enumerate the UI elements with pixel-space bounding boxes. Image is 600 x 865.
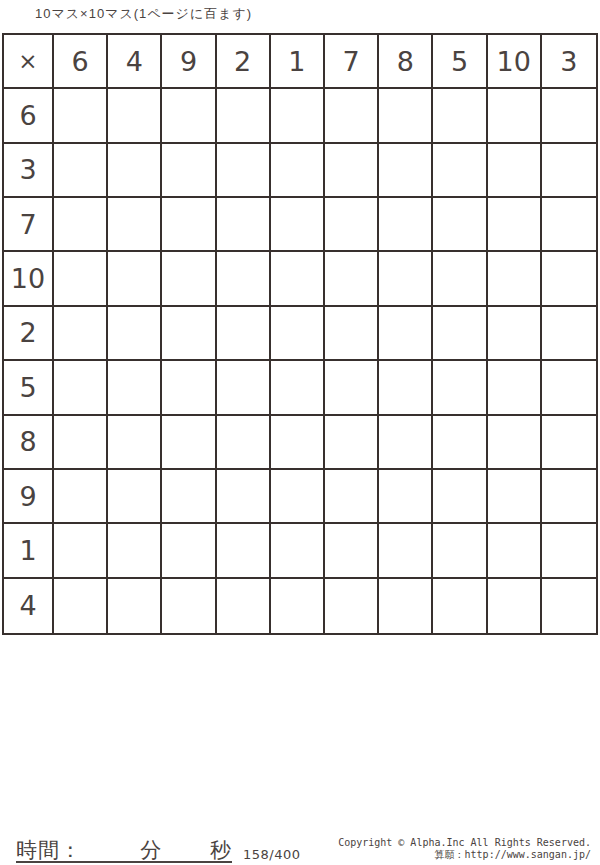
row-header-2: 2 [4, 307, 54, 361]
answer-cell-r3c2[interactable] [108, 198, 162, 252]
answer-cell-r10c8[interactable] [433, 579, 487, 633]
answer-cell-r10c2[interactable] [108, 579, 162, 633]
answer-cell-r7c2[interactable] [108, 416, 162, 470]
col-header-7: 7 [325, 35, 379, 89]
answer-cell-r9c5[interactable] [271, 524, 325, 578]
answer-cell-r5c1[interactable] [54, 307, 108, 361]
answer-cell-r7c9[interactable] [488, 416, 542, 470]
col-header-5: 5 [433, 35, 487, 89]
answer-cell-r2c1[interactable] [54, 144, 108, 198]
answer-cell-r5c9[interactable] [488, 307, 542, 361]
answer-cell-r8c10[interactable] [542, 470, 596, 524]
answer-cell-r2c4[interactable] [217, 144, 271, 198]
answer-cell-r8c7[interactable] [379, 470, 433, 524]
col-header-2: 2 [217, 35, 271, 89]
answer-cell-r7c7[interactable] [379, 416, 433, 470]
row-header-8: 8 [4, 416, 54, 470]
answer-cell-r1c5[interactable] [271, 89, 325, 143]
answer-cell-r3c9[interactable] [488, 198, 542, 252]
answer-cell-r6c9[interactable] [488, 361, 542, 415]
row-header-6: 6 [4, 89, 54, 143]
answer-cell-r9c2[interactable] [108, 524, 162, 578]
page-counter: 158/400 [243, 847, 301, 862]
answer-cell-r10c3[interactable] [162, 579, 216, 633]
answer-cell-r1c1[interactable] [54, 89, 108, 143]
answer-cell-r10c5[interactable] [271, 579, 325, 633]
answer-cell-r2c6[interactable] [325, 144, 379, 198]
answer-cell-r4c10[interactable] [542, 252, 596, 306]
answer-cell-r7c4[interactable] [217, 416, 271, 470]
answer-cell-r3c10[interactable] [542, 198, 596, 252]
answer-cell-r2c10[interactable] [542, 144, 596, 198]
answer-cell-r1c7[interactable] [379, 89, 433, 143]
answer-cell-r6c3[interactable] [162, 361, 216, 415]
answer-cell-r5c4[interactable] [217, 307, 271, 361]
answer-cell-r4c5[interactable] [271, 252, 325, 306]
row-header-9: 9 [4, 470, 54, 524]
answer-cell-r3c8[interactable] [433, 198, 487, 252]
answer-cell-r6c2[interactable] [108, 361, 162, 415]
answer-cell-r8c6[interactable] [325, 470, 379, 524]
answer-cell-r1c4[interactable] [217, 89, 271, 143]
answer-cell-r7c5[interactable] [271, 416, 325, 470]
answer-cell-r4c3[interactable] [162, 252, 216, 306]
answer-cell-r1c2[interactable] [108, 89, 162, 143]
answer-cell-r8c2[interactable] [108, 470, 162, 524]
answer-cell-r5c7[interactable] [379, 307, 433, 361]
answer-cell-r6c4[interactable] [217, 361, 271, 415]
answer-cell-r1c10[interactable] [542, 89, 596, 143]
answer-cell-r2c5[interactable] [271, 144, 325, 198]
answer-cell-r1c6[interactable] [325, 89, 379, 143]
col-header-6: 6 [54, 35, 108, 89]
answer-cell-r10c9[interactable] [488, 579, 542, 633]
answer-cell-r5c6[interactable] [325, 307, 379, 361]
row-header-7: 7 [4, 198, 54, 252]
minutes-label: 分 [140, 838, 162, 861]
answer-cell-r6c5[interactable] [271, 361, 325, 415]
col-header-8: 8 [379, 35, 433, 89]
answer-cell-r1c3[interactable] [162, 89, 216, 143]
answer-cell-r2c9[interactable] [488, 144, 542, 198]
answer-cell-r3c3[interactable] [162, 198, 216, 252]
answer-cell-r3c4[interactable] [217, 198, 271, 252]
answer-cell-r9c8[interactable] [433, 524, 487, 578]
answer-cell-r4c1[interactable] [54, 252, 108, 306]
answer-cell-r5c3[interactable] [162, 307, 216, 361]
answer-cell-r4c6[interactable] [325, 252, 379, 306]
answer-cell-r7c10[interactable] [542, 416, 596, 470]
time-entry-line: 時間： 分 秒 [16, 838, 232, 863]
answer-cell-r8c1[interactable] [54, 470, 108, 524]
answer-cell-r5c8[interactable] [433, 307, 487, 361]
answer-cell-r5c2[interactable] [108, 307, 162, 361]
row-header-5: 5 [4, 361, 54, 415]
answer-cell-r10c4[interactable] [217, 579, 271, 633]
answer-cell-r4c2[interactable] [108, 252, 162, 306]
copyright-line1: Copyright © Alpha.Inc All Rights Reserve… [338, 837, 591, 849]
answer-cell-r9c1[interactable] [54, 524, 108, 578]
answer-cell-r8c3[interactable] [162, 470, 216, 524]
answer-cell-r10c10[interactable] [542, 579, 596, 633]
answer-cell-r4c9[interactable] [488, 252, 542, 306]
worksheet-title: 10マス×10マス(1ページに百ます) [35, 5, 252, 23]
answer-cell-r3c1[interactable] [54, 198, 108, 252]
col-header-1: 1 [271, 35, 325, 89]
answer-cell-r7c3[interactable] [162, 416, 216, 470]
answer-cell-r7c8[interactable] [433, 416, 487, 470]
answer-cell-r8c8[interactable] [433, 470, 487, 524]
answer-cell-r5c10[interactable] [542, 307, 596, 361]
col-header-10: 10 [488, 35, 542, 89]
answer-cell-r9c7[interactable] [379, 524, 433, 578]
answer-cell-r8c4[interactable] [217, 470, 271, 524]
answer-cell-r3c7[interactable] [379, 198, 433, 252]
answer-cell-r4c8[interactable] [433, 252, 487, 306]
time-label: 時間： [16, 838, 82, 861]
answer-cell-r6c10[interactable] [542, 361, 596, 415]
answer-cell-r6c8[interactable] [433, 361, 487, 415]
row-header-3: 3 [4, 144, 54, 198]
row-header-4: 4 [4, 579, 54, 633]
answer-cell-r4c4[interactable] [217, 252, 271, 306]
copyright-notice: Copyright © Alpha.Inc All Rights Reserve… [338, 837, 591, 861]
answer-cell-r2c8[interactable] [433, 144, 487, 198]
answer-cell-r10c7[interactable] [379, 579, 433, 633]
answer-cell-r9c10[interactable] [542, 524, 596, 578]
answer-cell-r3c5[interactable] [271, 198, 325, 252]
answer-cell-r4c7[interactable] [379, 252, 433, 306]
operator-cell: × [4, 35, 54, 89]
col-header-9: 9 [162, 35, 216, 89]
answer-cell-r6c7[interactable] [379, 361, 433, 415]
answer-cell-r8c9[interactable] [488, 470, 542, 524]
col-header-4: 4 [108, 35, 162, 89]
answer-cell-r6c1[interactable] [54, 361, 108, 415]
answer-cell-r7c1[interactable] [54, 416, 108, 470]
answer-cell-r5c5[interactable] [271, 307, 325, 361]
answer-cell-r2c3[interactable] [162, 144, 216, 198]
answer-cell-r8c5[interactable] [271, 470, 325, 524]
row-header-10: 10 [4, 252, 54, 306]
answer-cell-r6c6[interactable] [325, 361, 379, 415]
answer-cell-r1c8[interactable] [433, 89, 487, 143]
multiplication-grid: ×6492178510363710258914 [2, 33, 598, 635]
answer-cell-r10c6[interactable] [325, 579, 379, 633]
col-header-3: 3 [542, 35, 596, 89]
row-header-1: 1 [4, 524, 54, 578]
answer-cell-r3c6[interactable] [325, 198, 379, 252]
answer-cell-r10c1[interactable] [54, 579, 108, 633]
copyright-line2: 算願：http://www.sangan.jp/ [338, 849, 591, 861]
answer-cell-r7c6[interactable] [325, 416, 379, 470]
answer-cell-r9c4[interactable] [217, 524, 271, 578]
answer-cell-r2c7[interactable] [379, 144, 433, 198]
answer-cell-r9c3[interactable] [162, 524, 216, 578]
answer-cell-r9c9[interactable] [488, 524, 542, 578]
answer-cell-r9c6[interactable] [325, 524, 379, 578]
answer-cell-r1c9[interactable] [488, 89, 542, 143]
seconds-label: 秒 [210, 838, 232, 861]
answer-cell-r2c2[interactable] [108, 144, 162, 198]
